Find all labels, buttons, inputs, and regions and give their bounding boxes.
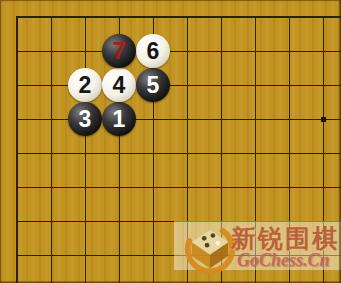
stone-move-number: 3 bbox=[79, 108, 92, 131]
grid-vline bbox=[85, 16, 86, 283]
grid-hline bbox=[16, 153, 341, 154]
watermark-url: GoChess.Cn bbox=[237, 250, 330, 271]
grid-hline bbox=[16, 119, 341, 120]
stone-black-5: 5 bbox=[136, 68, 170, 102]
grid-hline bbox=[16, 51, 341, 52]
stone-black-7: 7 bbox=[102, 34, 136, 68]
stone-move-number: 4 bbox=[113, 74, 126, 97]
stone-move-number: 2 bbox=[79, 74, 92, 97]
go-diagram: 1234567 新锐围棋 GoChess.Cn bbox=[0, 0, 341, 283]
stone-black-1: 1 bbox=[102, 102, 136, 136]
grid-hline bbox=[16, 187, 341, 188]
star-point bbox=[321, 117, 326, 122]
stone-move-number: 5 bbox=[147, 74, 160, 97]
stone-black-3: 3 bbox=[68, 102, 102, 136]
stone-white-2: 2 bbox=[68, 68, 102, 102]
stone-move-number: 6 bbox=[147, 40, 160, 63]
grid-hline bbox=[16, 85, 341, 86]
stone-move-number: 1 bbox=[113, 108, 126, 131]
stone-move-number: 7 bbox=[113, 40, 126, 63]
grid-vline bbox=[51, 16, 52, 283]
stone-white-4: 4 bbox=[102, 68, 136, 102]
grid-vline bbox=[16, 16, 18, 283]
stone-white-6: 6 bbox=[136, 34, 170, 68]
grid-hline bbox=[16, 16, 341, 18]
